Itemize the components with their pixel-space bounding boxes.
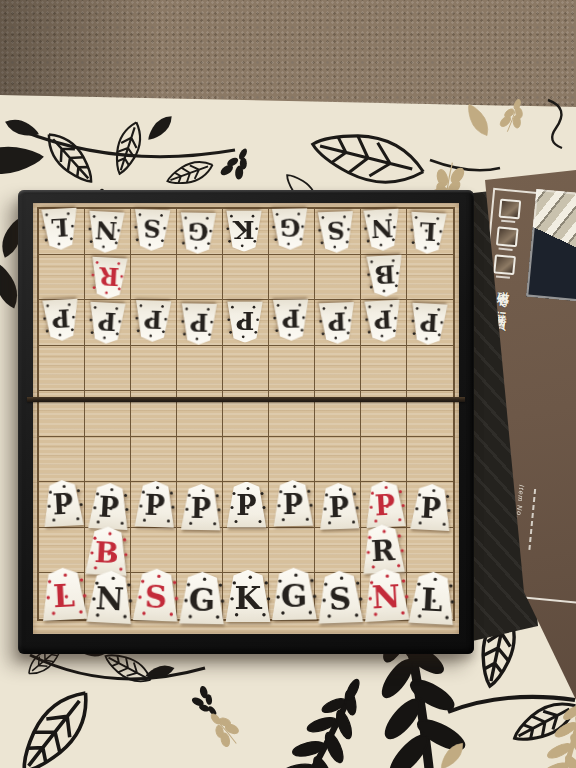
shogi-piece-N-sente[interactable]: N — [85, 570, 134, 625]
board-square[interactable]: G — [269, 573, 315, 619]
shogi-board-frame: LNSGKGSNLRBPPPPPPPPPPPPPPPPPPBRLNSGKGSNL — [18, 190, 474, 654]
piece-letter: P — [327, 310, 346, 335]
shogi-piece-P-sente[interactable]: P — [226, 482, 267, 528]
box-photo-shogi-pieces — [526, 189, 576, 309]
board-square[interactable]: K — [223, 573, 269, 619]
shogi-piece-P-sente[interactable]: P — [180, 483, 222, 530]
shogi-piece-P-gote[interactable]: P — [41, 299, 80, 342]
box-badge-icon-2 — [496, 226, 519, 247]
shogi-piece-N-gote[interactable]: N — [86, 211, 125, 254]
piece-letter: R — [98, 264, 119, 289]
piece-letter: P — [98, 493, 120, 521]
board-square[interactable] — [131, 255, 177, 301]
piece-letter: L — [52, 579, 75, 611]
shogi-piece-P-gote[interactable]: P — [133, 300, 171, 343]
board-square[interactable]: P — [131, 300, 177, 346]
board-square[interactable] — [223, 437, 269, 483]
piece-letter: P — [51, 307, 71, 332]
shogi-piece-P-sente[interactable]: P — [317, 482, 360, 529]
board-square[interactable] — [85, 437, 131, 483]
board-square[interactable] — [361, 437, 407, 483]
shogi-piece-L-sente[interactable]: L — [407, 571, 456, 626]
board-grid: LNSGKGSNLRBPPPPPPPPPPPPPPPPPPBRLNSGKGSNL — [37, 207, 455, 621]
box-badge-icon-3 — [493, 254, 516, 275]
piece-letter: L — [50, 216, 68, 241]
board-square[interactable]: P — [361, 300, 407, 346]
shogi-piece-N-gote[interactable]: N — [362, 209, 401, 252]
piece-letter: P — [281, 307, 300, 332]
board-square[interactable]: P — [269, 300, 315, 346]
board-square[interactable] — [177, 528, 223, 574]
piece-letter: P — [420, 494, 442, 522]
board-square[interactable] — [407, 255, 453, 301]
shogi-piece-S-gote[interactable]: S — [316, 211, 354, 254]
shogi-piece-P-sente[interactable]: P — [363, 480, 406, 528]
board-square[interactable] — [407, 528, 453, 574]
shogi-piece-P-sente[interactable]: P — [409, 483, 452, 531]
board-square[interactable] — [315, 528, 361, 574]
board-square[interactable]: S — [315, 209, 361, 255]
board-square[interactable] — [223, 346, 269, 392]
shogi-piece-P-gote[interactable]: P — [87, 302, 126, 345]
piece-letter: P — [235, 309, 253, 333]
shogi-piece-P-gote[interactable]: P — [363, 300, 402, 343]
piece-letter: P — [419, 311, 439, 336]
shogi-piece-P-gote[interactable]: P — [409, 303, 448, 346]
piece-letter: S — [144, 581, 167, 613]
piece-letter: N — [371, 580, 401, 612]
piece-letter: P — [328, 493, 349, 521]
piece-letter: G — [187, 220, 208, 245]
board-square[interactable]: P — [407, 300, 453, 346]
shogi-piece-G-gote[interactable]: G — [271, 208, 309, 250]
board-square[interactable]: K — [223, 209, 269, 255]
board-square[interactable]: N — [85, 209, 131, 255]
shogi-piece-K-sente[interactable]: K — [224, 570, 271, 622]
board-square[interactable] — [407, 346, 453, 392]
piece-letter: L — [420, 583, 443, 615]
piece-letter: N — [370, 217, 393, 242]
board-square[interactable] — [39, 437, 85, 483]
board-fold-seam — [27, 397, 465, 402]
board-square[interactable] — [177, 437, 223, 483]
piece-letter: S — [328, 583, 351, 615]
shogi-piece-G-gote[interactable]: G — [179, 212, 217, 254]
board-square[interactable]: S — [131, 573, 177, 619]
board-square[interactable]: P — [223, 482, 269, 528]
piece-letter: G — [279, 216, 300, 241]
piece-letter: P — [189, 311, 208, 336]
shogi-piece-S-sente[interactable]: S — [131, 568, 180, 622]
piece-letter: L — [419, 220, 437, 245]
board-square[interactable]: L — [39, 573, 85, 619]
piece-letter: K — [233, 218, 254, 242]
leaf-solid-bottom-left — [75, 642, 224, 722]
board-square[interactable]: N — [361, 209, 407, 255]
board-square[interactable]: L — [407, 573, 453, 619]
shogi-piece-R-gote[interactable]: R — [89, 256, 128, 299]
piece-letter: P — [236, 492, 256, 519]
piece-letter: B — [94, 537, 120, 567]
shogi-piece-P-sente[interactable]: P — [133, 480, 176, 527]
shogi-piece-G-sente[interactable]: G — [270, 568, 318, 621]
leaf-cluster-bottom-left — [10, 640, 205, 768]
board-square[interactable]: R — [85, 255, 131, 301]
shogi-piece-G-sente[interactable]: G — [178, 572, 226, 625]
board-square[interactable]: P — [177, 300, 223, 346]
board-square[interactable]: S — [131, 209, 177, 255]
board-square[interactable]: P — [315, 482, 361, 528]
shogi-piece-P-gote[interactable]: P — [272, 299, 310, 341]
piece-letter: G — [280, 580, 307, 611]
board-square[interactable]: P — [131, 482, 177, 528]
shogi-piece-S-sente[interactable]: S — [315, 570, 364, 624]
board-square[interactable] — [39, 346, 85, 392]
piece-letter: N — [94, 219, 117, 244]
piece-letter: S — [326, 219, 344, 244]
board-square[interactable]: G — [177, 573, 223, 619]
board-square[interactable]: B — [85, 528, 131, 574]
board-square[interactable] — [39, 255, 85, 301]
shogi-piece-K-gote[interactable]: K — [225, 211, 262, 252]
piece-letter: P — [143, 308, 162, 333]
shogi-piece-B-gote[interactable]: B — [365, 254, 404, 297]
piece-letter: P — [97, 310, 117, 335]
board-square[interactable] — [269, 437, 315, 483]
board-square[interactable]: P — [315, 300, 361, 346]
board-square[interactable]: B — [361, 255, 407, 301]
board-square[interactable] — [315, 346, 361, 392]
board-square[interactable]: P — [177, 482, 223, 528]
shogi-piece-P-sente[interactable]: P — [41, 479, 84, 527]
shogi-piece-P-sente[interactable]: P — [87, 482, 130, 530]
shogi-piece-S-gote[interactable]: S — [132, 209, 170, 252]
board-square[interactable]: P — [39, 300, 85, 346]
piece-letter: P — [190, 494, 211, 521]
piece-letter: R — [370, 535, 395, 565]
board-square[interactable] — [85, 346, 131, 392]
board-square[interactable]: P — [223, 300, 269, 346]
piece-letter: P — [144, 491, 165, 519]
board-square[interactable] — [131, 346, 177, 392]
board-square[interactable] — [315, 437, 361, 483]
board-square[interactable]: N — [85, 573, 131, 619]
board-square[interactable]: L — [39, 209, 85, 255]
shogi-piece-L-gote[interactable]: L — [408, 212, 447, 255]
shogi-piece-N-sente[interactable]: N — [361, 568, 410, 623]
shogi-board: LNSGKGSNLRBPPPPPPPPPPPPPPPPPPBRLNSGKGSNL — [33, 203, 459, 634]
shogi-piece-L-gote[interactable]: L — [40, 208, 79, 251]
board-square[interactable] — [315, 255, 361, 301]
board-square[interactable]: L — [407, 209, 453, 255]
board-square[interactable] — [269, 255, 315, 301]
scene-photo: 磁石で勝負! Item No. LNSGKGSNLRBPPPPPPPPPPPPP… — [0, 0, 576, 768]
board-square[interactable] — [223, 255, 269, 301]
piece-letter: S — [142, 217, 160, 242]
board-square[interactable]: P — [269, 482, 315, 528]
leaf-cluster-top-left — [20, 119, 235, 189]
board-square[interactable] — [407, 437, 453, 483]
board-square[interactable] — [269, 346, 315, 392]
board-square[interactable]: P — [85, 300, 131, 346]
board-square[interactable] — [223, 528, 269, 574]
piece-letter: G — [188, 584, 215, 615]
piece-letter: P — [373, 308, 393, 333]
piece-letter: B — [374, 262, 396, 287]
board-square[interactable]: P — [407, 482, 453, 528]
shogi-piece-P-gote[interactable]: P — [180, 303, 218, 345]
board-square[interactable]: G — [269, 209, 315, 255]
board-square[interactable] — [177, 255, 223, 301]
board-square[interactable]: R — [361, 528, 407, 574]
piece-letter: P — [282, 490, 303, 517]
board-square[interactable]: S — [315, 573, 361, 619]
board-square[interactable]: P — [85, 482, 131, 528]
piece-letter: N — [95, 582, 125, 614]
board-square[interactable]: G — [177, 209, 223, 255]
piece-letter: P — [374, 491, 396, 519]
shogi-piece-P-gote[interactable]: P — [317, 302, 355, 345]
board-square[interactable] — [131, 437, 177, 483]
board-square[interactable] — [131, 528, 177, 574]
board-square[interactable]: P — [361, 482, 407, 528]
board-square[interactable]: P — [39, 482, 85, 528]
board-square[interactable] — [177, 346, 223, 392]
shogi-piece-P-sente[interactable]: P — [272, 479, 314, 526]
shogi-piece-P-gote[interactable]: P — [226, 302, 263, 343]
board-square[interactable] — [361, 346, 407, 392]
box-badge-icon-1 — [499, 199, 522, 220]
board-square[interactable]: N — [361, 573, 407, 619]
piece-letter: P — [52, 490, 74, 518]
piece-letter: K — [234, 582, 261, 613]
shogi-piece-L-sente[interactable]: L — [39, 567, 88, 622]
leaf-script-top-right — [548, 100, 562, 148]
shogi-piece-R-sente[interactable]: R — [360, 524, 406, 575]
